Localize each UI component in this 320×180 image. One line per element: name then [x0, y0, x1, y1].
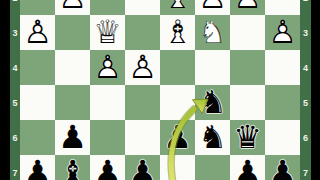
- black-pawn[interactable]: ♟: [160, 120, 195, 155]
- white-pawn[interactable]: ♟♙: [230, 0, 265, 15]
- square-f7[interactable]: ♟: [90, 155, 125, 180]
- square-f6[interactable]: [90, 120, 125, 155]
- black-queen[interactable]: ♛: [230, 120, 265, 155]
- square-b6[interactable]: ♛: [230, 120, 265, 155]
- black-knight[interactable]: ♞: [195, 120, 230, 155]
- square-c4[interactable]: [195, 50, 230, 85]
- rank-label-2: 2: [10, 0, 20, 3]
- square-d4[interactable]: [160, 50, 195, 85]
- rank-label-6: 6: [300, 134, 311, 143]
- black-pawn[interactable]: ♟: [90, 155, 125, 180]
- square-d5[interactable]: [160, 85, 195, 120]
- rank-label-3: 3: [300, 29, 311, 38]
- rank-label-5: 5: [10, 99, 20, 108]
- square-c3[interactable]: ♞♘: [195, 15, 230, 50]
- square-c6[interactable]: ♞: [195, 120, 230, 155]
- square-d3[interactable]: ♝♗: [160, 15, 195, 50]
- rank-coordinates-left: 234567: [10, 0, 20, 180]
- square-g6[interactable]: ♟: [55, 120, 90, 155]
- square-e2[interactable]: [125, 0, 160, 15]
- square-g7[interactable]: ♝: [55, 155, 90, 180]
- square-g3[interactable]: [55, 15, 90, 50]
- white-pawn[interactable]: ♟♙: [265, 15, 300, 50]
- square-h6[interactable]: [20, 120, 55, 155]
- black-knight[interactable]: ♞: [195, 85, 230, 120]
- white-knight[interactable]: ♞♘: [195, 15, 230, 50]
- white-pawn[interactable]: ♟♙: [55, 0, 90, 15]
- white-pawn[interactable]: ♟♙: [20, 15, 55, 50]
- rank-label-7: 7: [10, 169, 20, 178]
- rank-label-4: 4: [300, 64, 311, 73]
- square-a4[interactable]: [265, 50, 300, 85]
- black-pawn[interactable]: ♟: [230, 155, 265, 180]
- square-h7[interactable]: ♟: [20, 155, 55, 180]
- rank-label-6: 6: [10, 134, 20, 143]
- black-pawn[interactable]: ♟: [55, 120, 90, 155]
- square-e3[interactable]: [125, 15, 160, 50]
- chess-board: ♟♙♝♗♟♙♟♙♟♙♛♕♝♗♞♘♟♙♟♙♟♙♞♟♟♞♛♟♝♟♟♟♟: [20, 0, 300, 180]
- rank-label-2: 2: [300, 0, 311, 3]
- square-a5[interactable]: [265, 85, 300, 120]
- square-b7[interactable]: ♟: [230, 155, 265, 180]
- rank-label-3: 3: [10, 29, 20, 38]
- rank-label-5: 5: [300, 99, 311, 108]
- square-b4[interactable]: [230, 50, 265, 85]
- square-a7[interactable]: ♟: [265, 155, 300, 180]
- rank-label-4: 4: [10, 64, 20, 73]
- square-f5[interactable]: [90, 85, 125, 120]
- square-h3[interactable]: ♟♙: [20, 15, 55, 50]
- square-e4[interactable]: ♟♙: [125, 50, 160, 85]
- chess-thumbnail-stage: 234567 234567 ♟♙♝♗♟♙♟♙♟♙♛♕♝♗♞♘♟♙♟♙♟♙♞♟♟♞…: [0, 0, 320, 180]
- rank-coordinates-right: 234567: [300, 0, 311, 180]
- black-pawn[interactable]: ♟: [125, 155, 160, 180]
- rank-label-7: 7: [300, 169, 311, 178]
- square-g5[interactable]: [55, 85, 90, 120]
- square-e7[interactable]: ♟: [125, 155, 160, 180]
- square-b5[interactable]: [230, 85, 265, 120]
- square-e5[interactable]: [125, 85, 160, 120]
- square-h4[interactable]: [20, 50, 55, 85]
- square-a3[interactable]: ♟♙: [265, 15, 300, 50]
- white-pawn[interactable]: ♟♙: [90, 50, 125, 85]
- square-f3[interactable]: ♛♕: [90, 15, 125, 50]
- square-d6[interactable]: ♟: [160, 120, 195, 155]
- square-f4[interactable]: ♟♙: [90, 50, 125, 85]
- square-h5[interactable]: [20, 85, 55, 120]
- square-d7[interactable]: [160, 155, 195, 180]
- black-bishop[interactable]: ♝: [55, 155, 90, 180]
- square-c7[interactable]: [195, 155, 230, 180]
- square-a6[interactable]: [265, 120, 300, 155]
- square-c5[interactable]: ♞: [195, 85, 230, 120]
- square-g2[interactable]: ♟♙: [55, 0, 90, 15]
- square-b2[interactable]: ♟♙: [230, 0, 265, 15]
- black-pawn[interactable]: ♟: [20, 155, 55, 180]
- square-b3[interactable]: [230, 15, 265, 50]
- white-bishop[interactable]: ♝♗: [160, 15, 195, 50]
- black-pawn[interactable]: ♟: [265, 155, 300, 180]
- white-pawn[interactable]: ♟♙: [125, 50, 160, 85]
- square-g4[interactable]: [55, 50, 90, 85]
- square-e6[interactable]: [125, 120, 160, 155]
- white-queen[interactable]: ♛♕: [90, 15, 125, 50]
